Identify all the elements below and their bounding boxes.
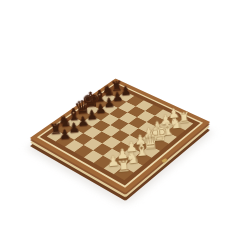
piece-dark-rook: ♜ (93, 77, 140, 94)
chess-board: ♜♞♝♛♚♝♞♜♟♟♟♟♟♟♟♟♟♟♟♟♟♟♟♟♜♞♝♛♚♝♞♜ (30, 78, 210, 193)
square-d4 (111, 130, 130, 142)
chess-set-product-photo: ♜♞♝♛♚♝♞♜♟♟♟♟♟♟♟♟♟♟♟♟♟♟♟♟♜♞♝♛♚♝♞♜ (0, 0, 235, 235)
frame-inlay-stripe: ♜♞♝♛♚♝♞♜♟♟♟♟♟♟♟♟♟♟♟♟♟♟♟♟♜♞♝♛♚♝♞♜ (37, 82, 203, 188)
